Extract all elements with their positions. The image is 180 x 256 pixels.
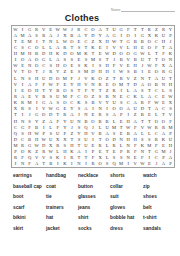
grid-cell: I: [125, 161, 132, 167]
grid-cell: I: [68, 161, 75, 167]
word-item: trainers: [46, 203, 78, 214]
grid-cell: A: [160, 161, 167, 167]
word-item: jeans: [78, 203, 110, 214]
page-title: Clothes: [0, 13, 164, 23]
word-item: belt: [143, 203, 173, 214]
grid-cell: I: [12, 161, 19, 167]
word-item: gloves: [110, 203, 143, 214]
grid-cell: M: [118, 161, 125, 167]
grid-cell: I: [82, 161, 89, 167]
word-item: coat: [46, 182, 78, 193]
word-item: sandals: [143, 224, 173, 235]
name-line: Name: [111, 6, 175, 12]
grid-cell: R: [89, 161, 96, 167]
grid-cell: S: [104, 161, 111, 167]
word-item: shirt: [78, 213, 110, 224]
word-item: scarf: [13, 203, 46, 214]
word-item: earrings: [13, 171, 46, 182]
word-item: bikini: [13, 213, 46, 224]
word-item: handbag: [46, 171, 78, 182]
word-item: dress: [110, 224, 143, 235]
grid-cell: P: [167, 161, 174, 167]
name-underline: [121, 7, 175, 12]
word-item: skirt: [13, 224, 46, 235]
word-item: button: [78, 182, 110, 193]
word-item: shorts: [110, 171, 143, 182]
word-item: baseball cap: [13, 182, 46, 193]
word-list: earringshandbagnecklaceshortswatchbaseba…: [13, 171, 173, 234]
grid-cell: J: [153, 161, 160, 167]
grid-cell: F: [26, 161, 33, 167]
word-item: socks: [78, 224, 110, 235]
word-item: collar: [110, 182, 143, 193]
word-item: zip: [143, 182, 173, 193]
word-item: jacket: [46, 224, 78, 235]
grid-cell: V: [132, 161, 139, 167]
word-item: hat: [46, 213, 78, 224]
word-search-grid: WIGRVEWWJRCOATUGFTTRZRYAMASRAJXBAYDYAGIO…: [11, 25, 175, 168]
grid-cell: N: [19, 161, 26, 167]
grid-cell: A: [33, 161, 40, 167]
word-item: glasses: [78, 192, 110, 203]
word-item: suit: [110, 192, 143, 203]
name-label: Name: [111, 8, 120, 12]
grid-cell: O: [97, 161, 104, 167]
grid-cell: I: [54, 161, 61, 167]
grid-cell: W: [139, 161, 146, 167]
word-item: t-shirt: [143, 213, 173, 224]
grid-cell: N: [75, 161, 82, 167]
grid-cell: T: [40, 161, 47, 167]
word-item: boot: [13, 192, 46, 203]
grid-cell: Q: [111, 161, 118, 167]
grid-cell: E: [146, 161, 153, 167]
word-item: watch: [143, 171, 173, 182]
grid-cell: B: [47, 161, 54, 167]
word-item: bobble hat: [110, 213, 143, 224]
word-item: shoes: [143, 192, 173, 203]
word-item: necklace: [78, 171, 110, 182]
word-item: tie: [46, 192, 78, 203]
grid-cell: K: [61, 161, 68, 167]
